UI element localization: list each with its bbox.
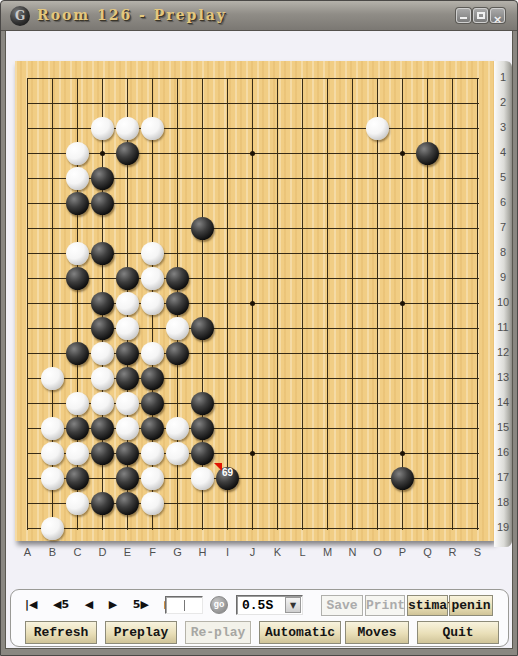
column-label: D — [90, 546, 115, 558]
row-label: 3 — [494, 121, 512, 135]
white-stone — [116, 292, 139, 315]
column-label: B — [40, 546, 65, 558]
white-stone — [166, 417, 189, 440]
white-stone — [66, 492, 89, 515]
column-label: I — [215, 546, 240, 558]
stimat-button[interactable]: stimat — [407, 595, 448, 616]
white-stone — [41, 467, 64, 490]
refresh-button[interactable]: Refresh — [25, 621, 97, 644]
black-stone — [116, 142, 139, 165]
row-label: 18 — [494, 496, 512, 510]
black-stone — [166, 267, 189, 290]
black-stone — [66, 267, 89, 290]
black-stone — [91, 167, 114, 190]
white-stone — [41, 417, 64, 440]
column-label: O — [365, 546, 390, 558]
black-stone — [91, 192, 114, 215]
white-stone — [66, 392, 89, 415]
first-button[interactable]: |◀ — [25, 598, 37, 611]
row-label: 7 — [494, 221, 512, 235]
white-stone — [41, 367, 64, 390]
black-stone — [116, 342, 139, 365]
row-label: 15 — [494, 421, 512, 435]
row-label: 9 — [494, 271, 512, 285]
delay-select[interactable]: 0.5S ▼ — [236, 595, 303, 615]
re-play-button[interactable]: Re-play — [185, 621, 251, 644]
white-stone — [91, 342, 114, 365]
title-bar[interactable]: G Room 126 - Preplay × — [1, 1, 517, 31]
move-number-input[interactable] — [165, 596, 203, 614]
column-label: G — [165, 546, 190, 558]
black-stone — [91, 317, 114, 340]
black-stone — [116, 442, 139, 465]
row-label: 17 — [494, 471, 512, 485]
black-stone — [116, 492, 139, 515]
white-stone — [141, 267, 164, 290]
white-stone — [41, 517, 64, 540]
close-button[interactable]: × — [490, 8, 505, 23]
app-icon: G — [10, 6, 30, 26]
window-title: Room 126 - Preplay — [37, 7, 227, 23]
white-stone — [141, 292, 164, 315]
white-stone — [191, 467, 214, 490]
white-stone — [116, 117, 139, 140]
column-label: Q — [415, 546, 440, 558]
black-stone — [91, 417, 114, 440]
column-label: P — [390, 546, 415, 558]
go-board[interactable]: 69 — [15, 61, 494, 541]
black-stone — [191, 392, 214, 415]
white-stone — [141, 442, 164, 465]
chevron-down-icon[interactable]: ▼ — [285, 597, 301, 613]
white-stone — [366, 117, 389, 140]
row-label: 11 — [494, 321, 512, 335]
row-label: 12 — [494, 346, 512, 360]
black-stone — [191, 317, 214, 340]
delay-value: 0.5S — [242, 598, 273, 613]
row-label: 6 — [494, 196, 512, 210]
white-stone — [141, 242, 164, 265]
column-label: R — [440, 546, 465, 558]
go-button[interactable]: go — [210, 596, 228, 614]
black-stone: 69 — [216, 467, 239, 490]
quit-button[interactable]: Quit — [417, 621, 499, 644]
white-stone — [91, 392, 114, 415]
column-coordinates: ABCDEFGHIJKLMNOPQRS — [15, 546, 494, 560]
black-stone — [191, 442, 214, 465]
white-stone — [141, 117, 164, 140]
black-stone — [141, 392, 164, 415]
black-stone — [91, 492, 114, 515]
black-stone — [66, 192, 89, 215]
black-stone — [416, 142, 439, 165]
row-label: 1 — [494, 71, 512, 85]
white-stone — [66, 167, 89, 190]
forward-5-button[interactable]: 5▶ — [133, 598, 149, 611]
column-label: E — [115, 546, 140, 558]
black-stone — [141, 417, 164, 440]
move-number-label: 69 — [216, 467, 239, 490]
black-stone — [141, 367, 164, 390]
white-stone — [116, 317, 139, 340]
white-stone — [91, 117, 114, 140]
moves-button[interactable]: Moves — [345, 621, 409, 644]
column-label: M — [315, 546, 340, 558]
black-stone — [166, 292, 189, 315]
back-5-button[interactable]: ◀5 — [53, 598, 69, 611]
column-label: L — [290, 546, 315, 558]
column-label: H — [190, 546, 215, 558]
black-stone — [166, 342, 189, 365]
column-label: S — [465, 546, 490, 558]
white-stone — [116, 417, 139, 440]
white-stone — [141, 492, 164, 515]
row-label: 13 — [494, 371, 512, 385]
save-button[interactable]: Save — [321, 595, 363, 616]
playback-controls: |◀◀5◀▶5▶▶| — [25, 598, 177, 611]
maximize-button[interactable] — [473, 8, 488, 23]
print-button[interactable]: Print — [365, 595, 405, 616]
control-panel: |◀◀5◀▶5▶▶| go 0.5S ▼ SavePrintstimatpeni… — [10, 589, 509, 647]
black-stone — [116, 467, 139, 490]
white-stone — [91, 367, 114, 390]
white-stone — [141, 342, 164, 365]
white-stone — [116, 392, 139, 415]
row-label: 2 — [494, 96, 512, 110]
preplay-button[interactable]: Preplay — [105, 621, 177, 644]
white-stone — [66, 242, 89, 265]
row-label: 10 — [494, 296, 512, 310]
row-label: 19 — [494, 521, 512, 535]
white-stone — [141, 467, 164, 490]
white-stone — [66, 142, 89, 165]
black-stone — [91, 442, 114, 465]
white-stone — [41, 442, 64, 465]
minimize-button[interactable] — [456, 8, 471, 23]
row-label: 16 — [494, 446, 512, 460]
column-label: A — [15, 546, 40, 558]
white-stone — [166, 317, 189, 340]
column-label: C — [65, 546, 90, 558]
column-label: J — [240, 546, 265, 558]
column-label: K — [265, 546, 290, 558]
maximize-icon — [477, 12, 485, 19]
black-stone — [391, 467, 414, 490]
row-label: 14 — [494, 396, 512, 410]
black-stone — [191, 417, 214, 440]
black-stone — [116, 367, 139, 390]
black-stone — [116, 267, 139, 290]
minimize-icon — [460, 17, 467, 19]
column-label: N — [340, 546, 365, 558]
penin-button[interactable]: penin — [449, 595, 493, 616]
close-icon: × — [493, 13, 502, 26]
black-stone — [66, 417, 89, 440]
white-stone — [66, 442, 89, 465]
board-stones[interactable]: 69 — [15, 66, 490, 541]
app-window: G Room 126 - Preplay × 69 12345678910111… — [0, 0, 518, 656]
automatic-button[interactable]: Automatic — [259, 621, 341, 644]
row-label: 4 — [494, 146, 512, 160]
row-label: 5 — [494, 171, 512, 185]
black-stone — [191, 217, 214, 240]
forward-button[interactable]: ▶ — [109, 598, 117, 611]
row-coordinates: 12345678910111213141516171819 — [494, 61, 512, 547]
black-stone — [91, 292, 114, 315]
black-stone — [66, 342, 89, 365]
white-stone — [166, 442, 189, 465]
client-area: 69 12345678910111213141516171819 ABCDEFG… — [5, 31, 513, 649]
row-label: 8 — [494, 246, 512, 260]
black-stone — [91, 242, 114, 265]
column-label: F — [140, 546, 165, 558]
back-button[interactable]: ◀ — [85, 598, 93, 611]
black-stone — [66, 467, 89, 490]
